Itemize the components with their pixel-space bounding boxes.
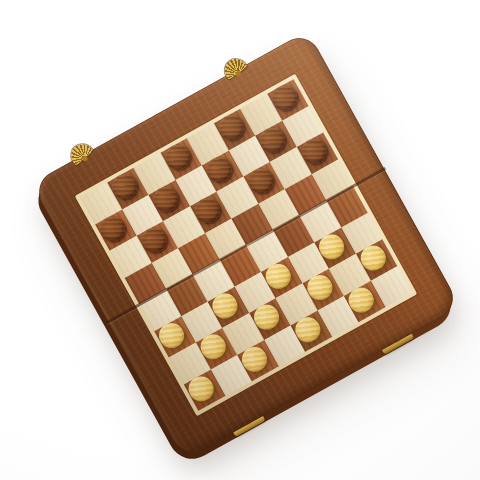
photo-background xyxy=(0,0,480,480)
checkers-board xyxy=(31,30,461,460)
